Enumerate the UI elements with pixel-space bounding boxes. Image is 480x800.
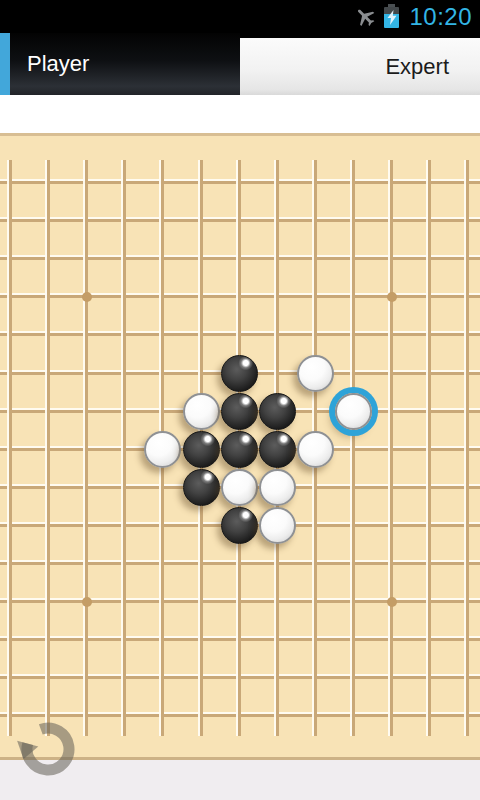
black-stone (221, 507, 258, 544)
white-stone (297, 431, 334, 468)
black-stone (221, 355, 258, 392)
undo-rotate-ccw-icon (14, 716, 82, 784)
undo-button[interactable] (14, 716, 82, 784)
grid-vline (352, 160, 355, 736)
board-edge-top (0, 133, 480, 136)
star-point (82, 597, 92, 607)
tab-expert[interactable]: Expert (240, 38, 480, 95)
white-stone (297, 355, 334, 392)
battery-bolt-icon (387, 10, 397, 25)
white-stone-last-move (335, 393, 372, 430)
tab-bar: Player Expert (0, 33, 480, 95)
black-stone (259, 431, 296, 468)
black-stone (183, 469, 220, 506)
tab-accent-strip (0, 33, 10, 95)
black-stone (221, 393, 258, 430)
grid-vline (85, 160, 88, 736)
star-point (387, 597, 397, 607)
board[interactable] (0, 133, 480, 760)
white-stone (259, 469, 296, 506)
grid-vline (390, 160, 393, 736)
battery-charging-icon (384, 4, 399, 29)
tab-expert-label: Expert (385, 54, 449, 80)
grid-vline (466, 160, 469, 736)
battery-body (384, 7, 399, 28)
tab-player[interactable]: Player (10, 33, 240, 95)
black-stone (259, 393, 296, 430)
black-stone (183, 431, 220, 468)
white-stone (221, 469, 258, 506)
grid-vline (428, 160, 431, 736)
white-stone (183, 393, 220, 430)
grid-vline (9, 160, 12, 736)
status-bar: 10:20 (0, 0, 480, 33)
grid-vline (123, 160, 126, 736)
black-stone (221, 431, 258, 468)
white-stone (259, 507, 296, 544)
tab-player-label: Player (27, 51, 89, 77)
airplane-mode-icon (350, 0, 383, 33)
star-point (82, 292, 92, 302)
star-point (387, 292, 397, 302)
white-stone (144, 431, 181, 468)
status-clock: 10:20 (409, 0, 472, 33)
grid-vline (47, 160, 50, 736)
